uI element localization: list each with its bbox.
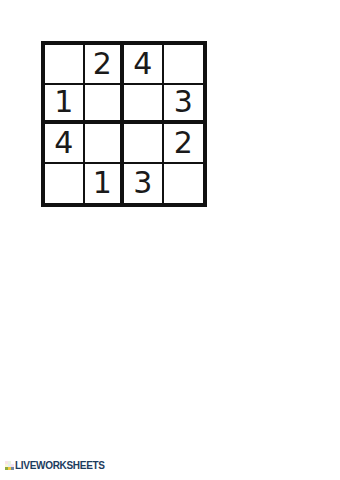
brand-name: LIVEWORKSHEETS (15, 460, 105, 471)
cell-r3c3[interactable] (124, 124, 164, 164)
cell-r1c3: 4 (124, 45, 164, 85)
cell-r1c1[interactable] (45, 45, 85, 85)
brand-footer[interactable]: LIVEWORKSHEETS (5, 459, 105, 471)
sudoku-board: 24134213 (41, 41, 207, 207)
logo-tile (11, 467, 14, 470)
cell-r2c4: 3 (164, 85, 204, 125)
cell-r4c4[interactable] (164, 164, 204, 204)
liveworksheets-logo-icon (5, 461, 14, 470)
worksheet-page: 24134213 LIVEWORKSHEETS (0, 0, 340, 480)
cell-r2c2[interactable] (85, 85, 125, 125)
cell-r3c1: 4 (45, 124, 85, 164)
cell-r1c2: 2 (85, 45, 125, 85)
cell-r3c4: 2 (164, 124, 204, 164)
cell-r2c3[interactable] (124, 85, 164, 125)
cell-r1c4[interactable] (164, 45, 204, 85)
cell-r3c2[interactable] (85, 124, 125, 164)
cell-r4c2: 1 (85, 164, 125, 204)
cell-r4c1[interactable] (45, 164, 85, 204)
cell-r4c3: 3 (124, 164, 164, 204)
cell-r2c1: 1 (45, 85, 85, 125)
